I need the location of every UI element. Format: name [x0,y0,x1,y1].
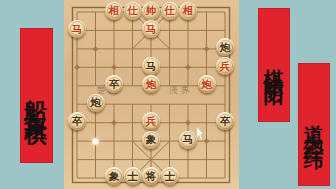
intersection-8-2[interactable]: 炮 [216,40,235,58]
piece-character: 炮 [146,79,157,90]
black-piece-士[interactable]: 士 [161,167,179,185]
piece-character: 士 [164,171,175,182]
intersection-3-7[interactable] [123,132,142,150]
black-piece-卒[interactable]: 卒 [68,112,86,130]
intersection-7-1[interactable] [197,21,216,39]
right-banner-bottom-text: 道为经纬 [304,109,324,141]
piece-character: 炮 [90,97,101,108]
last-move-marker [92,138,99,145]
red-piece-炮[interactable]: 炮 [198,75,216,93]
piece-character: 兵 [146,116,157,127]
intersection-1-4[interactable] [86,77,105,95]
intersection-1-9[interactable] [86,169,105,187]
piece-character: 卒 [109,79,120,90]
intersection-8-8[interactable] [216,150,235,168]
intersection-3-4[interactable] [123,77,142,95]
intersection-6-8[interactable] [179,150,198,168]
piece-character: 马 [72,24,83,35]
left-banner: 船长象棋 [20,28,53,163]
intersection-8-4[interactable] [216,77,235,95]
intersection-8-7[interactable] [216,132,235,150]
intersection-3-3[interactable] [123,58,142,76]
piece-character: 士 [127,171,138,182]
black-piece-士[interactable]: 士 [124,167,142,185]
left-banner-text: 船长象棋 [25,82,48,110]
intersection-7-5[interactable] [197,95,216,113]
intersection-6-4[interactable] [179,77,198,95]
intersection-1-8[interactable] [86,150,105,168]
intersection-3-5[interactable] [123,95,142,113]
red-piece-帅[interactable]: 帅 [142,2,160,20]
black-piece-象[interactable]: 象 [142,131,160,149]
red-piece-仕[interactable]: 仕 [124,2,142,20]
red-piece-兵[interactable]: 兵 [142,112,160,130]
intersection-8-0[interactable] [216,3,235,21]
intersection-5-9[interactable]: 士 [160,169,179,187]
intersection-5-8[interactable] [160,150,179,168]
intersection-8-5[interactable] [216,95,235,113]
red-piece-相[interactable]: 相 [105,2,123,20]
piece-character: 帅 [146,5,157,16]
intersection-0-7[interactable] [68,132,87,150]
right-banner-top: 棋法阴阳 [258,8,290,122]
red-piece-相[interactable]: 相 [179,2,197,20]
intersection-5-3[interactable] [160,58,179,76]
intersection-1-3[interactable] [86,58,105,76]
intersection-1-6[interactable] [86,113,105,131]
piece-character: 象 [146,134,157,145]
intersection-0-3[interactable] [68,58,87,76]
piece-character: 仕 [164,5,175,16]
intersection-2-4[interactable]: 卒 [105,77,124,95]
intersection-0-5[interactable] [68,95,87,113]
intersection-6-0[interactable]: 相 [179,3,198,21]
intersection-1-5[interactable]: 炮 [86,95,105,113]
black-piece-马[interactable]: 马 [179,131,197,149]
intersection-4-1[interactable]: 马 [142,21,161,39]
right-banner-bottom: 道为经纬 [298,63,330,186]
intersection-4-3[interactable]: 马 [142,58,161,76]
intersection-7-3[interactable] [197,58,216,76]
intersection-6-3[interactable] [179,58,198,76]
black-piece-卒[interactable]: 卒 [105,75,123,93]
piece-character: 卒 [72,116,83,127]
intersection-4-4[interactable]: 炮 [142,77,161,95]
intersection-7-8[interactable] [197,150,216,168]
black-piece-炮[interactable]: 炮 [87,94,105,112]
intersection-4-8[interactable] [142,150,161,168]
intersection-3-9[interactable]: 士 [123,169,142,187]
red-piece-马[interactable]: 马 [142,20,160,38]
piece-character: 相 [109,5,120,16]
right-banner-top-text: 棋法阴阳 [264,53,284,77]
intersection-5-1[interactable] [160,21,179,39]
intersection-7-6[interactable] [197,113,216,131]
piece-character: 炮 [220,42,231,53]
intersection-4-6[interactable]: 兵 [142,113,161,131]
intersection-2-5[interactable] [105,95,124,113]
intersection-4-7[interactable]: 象 [142,132,161,150]
intersection-2-7[interactable] [105,132,124,150]
intersection-7-4[interactable]: 炮 [197,77,216,95]
piece-character: 将 [146,171,157,182]
intersection-5-0[interactable]: 仕 [160,3,179,21]
intersection-5-7[interactable] [160,132,179,150]
intersection-3-0[interactable]: 仕 [123,3,142,21]
intersection-0-9[interactable] [68,169,87,187]
intersection-4-5[interactable] [142,95,161,113]
intersection-5-5[interactable] [160,95,179,113]
piece-character: 马 [146,61,157,72]
intersection-3-8[interactable] [123,150,142,168]
intersection-2-3[interactable] [105,58,124,76]
intersection-5-2[interactable] [160,40,179,58]
intersection-6-5[interactable] [179,95,198,113]
intersection-8-9[interactable] [216,169,235,187]
xiangqi-board: 楚河 漢界 相仕帅仕相马马炮马兵卒炮炮炮卒兵卒象马象士将士 [64,0,239,189]
piece-character: 卒 [220,116,231,127]
intersection-0-4[interactable] [68,77,87,95]
intersection-3-2[interactable] [123,40,142,58]
piece-character: 炮 [201,79,212,90]
intersection-1-2[interactable] [86,40,105,58]
intersection-4-0[interactable]: 帅 [142,3,161,21]
intersection-8-6[interactable]: 卒 [216,113,235,131]
intersection-0-0[interactable] [68,3,87,21]
intersection-5-6[interactable] [160,113,179,131]
intersection-5-4[interactable] [160,77,179,95]
intersection-7-2[interactable] [197,40,216,58]
piece-character: 仕 [127,5,138,16]
intersection-2-1[interactable] [105,21,124,39]
intersection-2-8[interactable] [105,150,124,168]
intersection-3-6[interactable] [123,113,142,131]
intersection-4-9[interactable]: 将 [142,169,161,187]
intersection-2-6[interactable] [105,113,124,131]
red-piece-兵[interactable]: 兵 [216,57,234,75]
intersection-6-7[interactable]: 马 [179,132,198,150]
black-piece-象[interactable]: 象 [105,167,123,185]
intersection-8-3[interactable]: 兵 [216,58,235,76]
black-piece-马[interactable]: 马 [142,57,160,75]
intersection-6-2[interactable] [179,40,198,58]
piece-character: 象 [109,171,120,182]
intersection-8-1[interactable] [216,21,235,39]
red-piece-马[interactable]: 马 [68,20,86,38]
board-intersection-grid: 相仕帅仕相马马炮马兵卒炮炮炮卒兵卒象马象士将士 [68,3,235,187]
intersection-6-1[interactable] [179,21,198,39]
xiangqi-app-screen: 船长象棋 [0,0,336,189]
piece-character: 马 [146,24,157,35]
intersection-0-8[interactable] [68,150,87,168]
intersection-6-9[interactable] [179,169,198,187]
intersection-2-0[interactable]: 相 [105,3,124,21]
intersection-3-1[interactable] [123,21,142,39]
intersection-6-6[interactable] [179,113,198,131]
red-piece-仕[interactable]: 仕 [161,2,179,20]
intersection-2-9[interactable]: 象 [105,169,124,187]
intersection-7-9[interactable] [197,169,216,187]
piece-character: 相 [183,5,194,16]
intersection-1-1[interactable] [86,21,105,39]
intersection-0-2[interactable] [68,40,87,58]
intersection-0-1[interactable]: 马 [68,21,87,39]
intersection-0-6[interactable]: 卒 [68,113,87,131]
intersection-1-0[interactable] [86,3,105,21]
black-piece-炮[interactable]: 炮 [216,38,234,56]
red-piece-炮[interactable]: 炮 [142,75,160,93]
intersection-4-2[interactable] [142,40,161,58]
black-piece-卒[interactable]: 卒 [216,112,234,130]
black-piece-将[interactable]: 将 [142,167,160,185]
piece-character: 马 [183,134,194,145]
intersection-7-0[interactable] [197,3,216,21]
intersection-2-2[interactable] [105,40,124,58]
piece-character: 兵 [220,61,231,72]
